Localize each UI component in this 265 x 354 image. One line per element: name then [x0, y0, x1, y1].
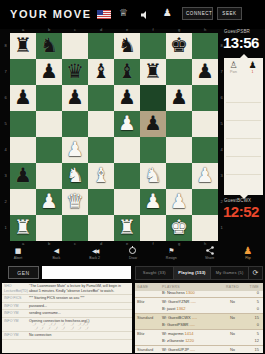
black-player-line: B: Nnachess 1300 — [162, 290, 221, 297]
square-g2[interactable]: ♟ — [166, 189, 192, 215]
tab-my-games-5[interactable]: My Games (5) — [211, 266, 249, 280]
console-line: INFO FICS*** Starting FICS session as as… — [2, 295, 132, 303]
console-line-label: INFO YM — [4, 311, 29, 316]
console-line-label: INFO YM — [4, 304, 29, 309]
abort-label: Abort — [8, 256, 28, 261]
square-a6[interactable]: ♟ — [10, 85, 36, 111]
square-h3[interactable]: ♟ — [192, 163, 218, 189]
back2-button[interactable]: ◀◀Back 2 — [85, 246, 105, 263]
square-f7[interactable]: ♜ — [140, 59, 166, 85]
white-king: ♚ — [166, 215, 192, 240]
white-rook: ♜ — [10, 215, 36, 240]
refresh-button[interactable]: ⟳ — [249, 266, 263, 280]
resign-icon: ⚑ — [161, 246, 181, 256]
rank-label-7: 7 — [3, 59, 8, 85]
rank-label-6: 6 — [3, 85, 8, 111]
pawn-icon[interactable]: ♟ — [163, 6, 172, 20]
file-label-b: b — [36, 28, 62, 32]
square-c6[interactable]: ♟ — [62, 85, 88, 111]
captured-white: ♙ Pwn — [224, 60, 243, 74]
connect-button[interactable]: CONNECT — [182, 7, 213, 20]
black-player-line: B: zGaneste 1220 — [162, 338, 221, 345]
square-h8[interactable] — [192, 33, 218, 59]
file-label-d: d — [88, 28, 114, 32]
black-knight: ♞ — [36, 33, 62, 58]
game-type: Standard — [135, 315, 162, 328]
square-h7[interactable]: ♟ — [192, 59, 218, 85]
game-row[interactable]: BlitzW: GuestYZNR ----B: juast 1362No50 — [135, 298, 263, 314]
tab-sought-33[interactable]: Sought (33) — [135, 266, 174, 280]
white-player-line: W: GuestUPJP ---- — [162, 347, 221, 353]
square-b8[interactable]: ♞ — [36, 33, 62, 59]
black-pawn-icon: ♟ — [243, 60, 262, 70]
rank-label-3: 3 — [3, 163, 8, 189]
white-pawn: ♟ — [36, 189, 62, 214]
game-type: Blitz — [135, 331, 162, 344]
game-row[interactable]: B: Nnachess 1300 0 — [135, 283, 263, 298]
square-g4[interactable] — [166, 137, 192, 163]
white-pawn: ♟ — [62, 137, 88, 162]
square-a8[interactable]: ♜ — [10, 33, 36, 59]
game-players: W: GuestYZNR ----B: juast 1362 — [162, 299, 221, 312]
draw-button[interactable]: Draw — [123, 246, 143, 263]
back2-icon: ◀◀ — [85, 246, 105, 256]
file-labels-top: abcdefgh — [10, 28, 218, 32]
square-d1[interactable] — [88, 215, 114, 241]
square-g7[interactable] — [166, 59, 192, 85]
black-pawn: ♟ — [166, 85, 192, 110]
console-line-text: password... — [29, 304, 130, 309]
square-b2[interactable]: ♟ — [36, 189, 62, 215]
square-a4[interactable] — [10, 137, 36, 163]
app-title: YOUR MOVE — [10, 8, 92, 20]
square-e6[interactable]: ♟ — [114, 85, 140, 111]
game-rated: No — [221, 347, 244, 353]
black-pawn: ♟ — [114, 85, 140, 110]
console-line-label: INFO FICS — [4, 296, 29, 301]
square-c8[interactable] — [62, 33, 88, 59]
game-type — [135, 283, 162, 296]
square-b6[interactable] — [36, 85, 62, 111]
white-pawn: ♟ — [166, 189, 192, 214]
square-h4[interactable] — [192, 137, 218, 163]
draw-label: Draw — [123, 256, 143, 261]
game-row[interactable]: StandardW: GuestBCWX ----B: GuestPSBR --… — [135, 314, 263, 330]
square-f6[interactable] — [140, 85, 166, 111]
console-line-text: *** Starting FICS session as asu *** — [29, 296, 130, 301]
square-e5[interactable]: ♟ — [114, 111, 140, 137]
gen-button[interactable]: GEN — [8, 266, 39, 279]
console-line: INFO YMNo connection — [2, 332, 132, 340]
square-a3[interactable]: ♟ — [10, 163, 36, 189]
game-time: 50 — [244, 299, 261, 312]
back-label: Back — [46, 256, 66, 261]
games-table[interactable]: GAME PLAYERS RATED TIME B: Nnachess 1300… — [135, 283, 263, 353]
square-f2[interactable]: ♟ — [140, 189, 166, 215]
square-g3[interactable] — [166, 163, 192, 189]
captured-pieces: ♙ Pwn ♟ 1 — [224, 60, 263, 74]
back-icon: ◀ — [46, 246, 66, 256]
white-pawn: ♟ — [140, 189, 166, 214]
rank-label-8: 8 — [3, 33, 8, 59]
move-list-rows — [226, 85, 261, 192]
share-icon — [200, 246, 220, 256]
game-rated: No — [221, 315, 244, 328]
rank-label-1: 1 — [3, 215, 8, 241]
captured-black: ♟ 1 — [243, 60, 262, 74]
back2-label: Back 2 — [85, 256, 105, 261]
console-line: INFO YMOpening connection to freechess.o… — [2, 318, 132, 333]
square-c1[interactable] — [62, 215, 88, 241]
console-line: INFO YMsending username... — [2, 310, 132, 318]
resign-button[interactable]: ⚑Resign — [161, 246, 181, 263]
square-a5[interactable] — [10, 111, 36, 137]
fen-input[interactable] — [42, 266, 131, 279]
square-e8[interactable]: ♞ — [114, 33, 140, 59]
us-flag-icon[interactable] — [97, 10, 111, 19]
speaker-icon[interactable] — [141, 9, 150, 23]
game-time: 15 — [244, 347, 261, 353]
square-g1[interactable]: ♚ — [166, 215, 192, 241]
flip-icon: ♟ — [238, 246, 258, 256]
top-bar: YOUR MOVE ♕ ♟ CONNECT SEEK — [0, 0, 265, 29]
file-label-h: h — [192, 28, 218, 32]
console-line: INFO YMpassword... — [2, 303, 132, 311]
move-list-panel[interactable]: ♙ Pwn ♟ 1 — [224, 58, 263, 195]
black-player-line: B: juast 1362 — [162, 306, 221, 313]
console-line-text: No connection — [29, 333, 130, 338]
draw-icon — [123, 246, 143, 256]
black-pawn: ♟ — [10, 85, 36, 110]
square-c7[interactable]: ♛ — [62, 59, 88, 85]
games-table-rows: B: Nnachess 1300 0BlitzW: GuestYZNR ----… — [135, 283, 263, 353]
file-label-g: g — [166, 28, 192, 32]
game-rated — [221, 283, 244, 296]
square-d7[interactable]: ♝ — [88, 59, 114, 85]
square-e2[interactable] — [114, 189, 140, 215]
square-f1[interactable] — [140, 215, 166, 241]
game-row[interactable]: StandardW: GuestUPJP ---- No15 — [135, 346, 263, 353]
game-time: 512 — [244, 331, 261, 344]
white-pawn: ♟ — [192, 163, 218, 188]
game-players: W: GuestUPJP ---- — [162, 347, 221, 353]
board: ♜♞♞♚♟♛♝♝♜♟♟♟♟♟♟♟♟♟♞♝♞♟♟♛♟♟♜♜♚ — [10, 33, 218, 241]
file-label-a: a — [10, 28, 36, 32]
black-rook: ♜ — [140, 59, 166, 84]
square-b7[interactable]: ♟ — [36, 59, 62, 85]
white-rook: ♜ — [114, 215, 140, 240]
white-pawn: ♟ — [114, 111, 140, 136]
square-b1[interactable] — [36, 215, 62, 241]
black-pawn: ♟ — [36, 59, 62, 84]
abort-button[interactable]: ■Abort — [8, 246, 28, 263]
square-f8[interactable] — [140, 33, 166, 59]
square-f5[interactable]: ♟ — [140, 111, 166, 137]
file-label-f: f — [140, 28, 166, 32]
player-clock: 12:52 — [223, 203, 259, 220]
white-knight: ♞ — [140, 163, 166, 188]
console-line-text: Opening connection to freechess.org(.) _… — [29, 319, 130, 331]
square-b5[interactable] — [36, 111, 62, 137]
black-queen: ♛ — [62, 59, 88, 84]
white-pawn-icon: ♙ — [224, 60, 243, 70]
square-e4[interactable] — [114, 137, 140, 163]
square-a2[interactable] — [10, 189, 36, 215]
square-c4[interactable]: ♟ — [62, 137, 88, 163]
games-tabs: Sought (33)Playing (153)My Games (5)⟳ — [135, 266, 263, 280]
flip-label: Flip — [238, 256, 258, 261]
share-label: Share — [200, 256, 220, 261]
game-rated: No — [221, 331, 244, 344]
white-queen: ♛ — [62, 189, 88, 214]
square-d8[interactable] — [88, 33, 114, 59]
black-pawn: ♟ — [140, 111, 166, 136]
console-line-label: SHO LectureBot(TD) — [4, 284, 29, 293]
black-pawn: ♟ — [62, 85, 88, 110]
back-button[interactable]: ◀Back — [46, 246, 66, 263]
square-g8[interactable]: ♚ — [166, 33, 192, 59]
crown-icon[interactable]: ♕ — [119, 6, 128, 20]
game-time: 150 — [244, 315, 261, 328]
square-e3[interactable] — [114, 163, 140, 189]
game-rated: No — [221, 299, 244, 312]
rank-labels-left: 87654321 — [3, 33, 8, 241]
resign-label: Resign — [161, 256, 181, 261]
black-knight: ♞ — [114, 33, 140, 58]
square-e1[interactable]: ♜ — [114, 215, 140, 241]
file-label-e: e — [114, 28, 140, 32]
game-type: Blitz — [135, 299, 162, 312]
black-bishop: ♝ — [88, 59, 114, 84]
console-log[interactable]: SHO LectureBot(TD)"The Lawnmower Mate" a… — [2, 283, 132, 353]
square-d4[interactable] — [88, 137, 114, 163]
rank-label-2: 2 — [3, 189, 8, 215]
square-g5[interactable] — [166, 111, 192, 137]
square-h2[interactable] — [192, 189, 218, 215]
square-d3[interactable]: ♝ — [88, 163, 114, 189]
tab-playing-153[interactable]: Playing (153) — [174, 266, 212, 280]
game-type: Standard — [135, 347, 162, 353]
game-players: W: majormn 1414B: zGaneste 1220 — [162, 331, 221, 344]
game-time: 0 — [244, 283, 261, 296]
console-line-label: INFO YM — [4, 333, 29, 338]
ascii-art: _/ _/ _/_/ _/ _/ _/_/_/ _/ _/ _/ _/ _/ _… — [29, 323, 130, 330]
square-f4[interactable] — [140, 137, 166, 163]
share-button[interactable]: Share — [200, 246, 220, 263]
square-h5[interactable] — [192, 111, 218, 137]
abort-icon: ■ — [8, 246, 28, 256]
flip-button[interactable]: ♟Flip — [238, 246, 258, 263]
square-d6[interactable] — [88, 85, 114, 111]
black-pawn: ♟ — [10, 163, 36, 188]
black-bishop: ♝ — [114, 59, 140, 84]
rank-label-4: 4 — [3, 137, 8, 163]
app-window: YOUR MOVE ♕ ♟ CONNECT SEEK abcdefgh 8765… — [0, 0, 265, 354]
game-toolbar: ■Abort◀Back◀◀Back 2Draw⚑ResignShare♟Flip — [8, 246, 258, 263]
console-line-text: sending username... — [29, 311, 130, 316]
white-bishop: ♝ — [88, 163, 114, 188]
black-pawn: ♟ — [192, 59, 218, 84]
black-king: ♚ — [166, 33, 192, 58]
square-b4[interactable] — [36, 137, 62, 163]
square-a1[interactable]: ♜ — [10, 215, 36, 241]
game-row[interactable]: BlitzW: majormn 1414B: zGaneste 1220No51… — [135, 330, 263, 346]
console-line: SHO LectureBot(TD)"The Lawnmower Mate" a… — [2, 283, 132, 295]
game-players: B: Nnachess 1300 — [162, 283, 221, 296]
square-c2[interactable]: ♛ — [62, 189, 88, 215]
square-g6[interactable]: ♟ — [166, 85, 192, 111]
console-line-text: "The Lawnmower Mate" a lecture by PumaGM… — [29, 284, 130, 293]
white-knight: ♞ — [62, 163, 88, 188]
square-a7[interactable] — [10, 59, 36, 85]
black-player-line: B: GuestPSBR ---- — [162, 322, 221, 329]
square-d5[interactable] — [88, 111, 114, 137]
square-b3[interactable] — [36, 163, 62, 189]
square-c5[interactable] — [62, 111, 88, 137]
square-h1[interactable] — [192, 215, 218, 241]
square-f3[interactable]: ♞ — [140, 163, 166, 189]
square-h6[interactable] — [192, 85, 218, 111]
game-players: W: GuestBCWX ----B: GuestPSBR ---- — [162, 315, 221, 328]
rank-label-5: 5 — [3, 111, 8, 137]
square-d2[interactable] — [88, 189, 114, 215]
file-label-c: c — [62, 28, 88, 32]
black-rook: ♜ — [10, 33, 36, 58]
square-e7[interactable]: ♝ — [114, 59, 140, 85]
square-c3[interactable]: ♞ — [62, 163, 88, 189]
seek-button[interactable]: SEEK — [217, 7, 242, 20]
console-line-label: INFO YM — [4, 319, 29, 331]
opponent-clock: 13:56 — [223, 34, 259, 51]
